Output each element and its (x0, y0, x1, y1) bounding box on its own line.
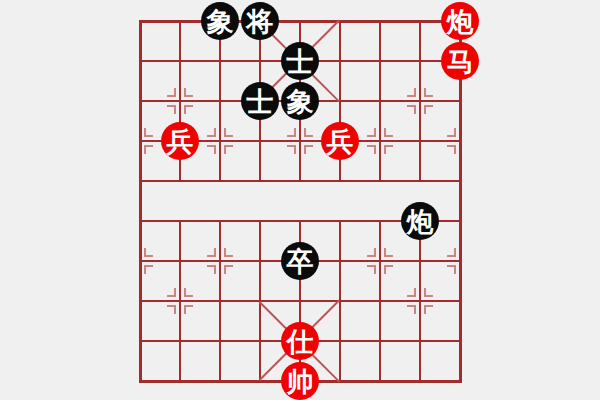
piece-black-pawn[interactable]: 卒 (281, 242, 319, 280)
piece-red-general[interactable]: 帅 (281, 362, 319, 400)
piece-grid: 象将炮士马士象兵兵炮卒仕帅 (120, 1, 480, 400)
piece-red-pawn-left[interactable]: 兵 (161, 122, 199, 160)
piece-red-cannon[interactable]: 炮 (441, 2, 479, 40)
piece-red-advisor[interactable]: 仕 (281, 322, 319, 360)
piece-red-horse[interactable]: 马 (441, 42, 479, 80)
piece-red-pawn-right[interactable]: 兵 (321, 122, 359, 160)
piece-black-cannon[interactable]: 炮 (401, 202, 439, 240)
piece-black-general[interactable]: 将 (241, 2, 279, 40)
piece-black-advisor-high[interactable]: 士 (281, 42, 319, 80)
piece-black-elephant-right[interactable]: 象 (281, 82, 319, 120)
piece-black-elephant-left[interactable]: 象 (201, 2, 239, 40)
piece-black-advisor-low[interactable]: 士 (241, 82, 279, 120)
xiangqi-app: 象将炮士马士象兵兵炮卒仕帅 (0, 0, 600, 400)
